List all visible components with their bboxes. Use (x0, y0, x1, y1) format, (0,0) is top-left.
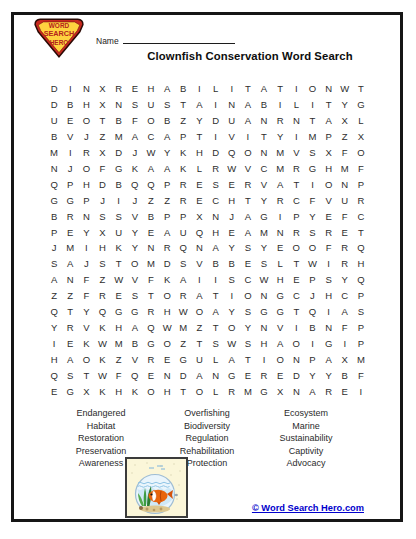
grid-cell-r2c5: N (111, 97, 127, 113)
grid-cell-r7c11: S (207, 176, 223, 192)
grid-cell-r8c3: P (78, 192, 94, 208)
grid-cell-r15c18: I (321, 304, 337, 320)
grid-cell-r12c7: M (143, 256, 159, 272)
grid-cell-r12c19: R (337, 256, 353, 272)
grid-cell-r16c13: Y (240, 319, 256, 335)
grid-cell-r16c6: A (127, 319, 143, 335)
grid-cell-r1c18: N (321, 81, 337, 97)
grid-cell-r9c13: A (240, 208, 256, 224)
name-field-row: Name (96, 34, 235, 46)
grid-cell-r15c1: Q (46, 304, 62, 320)
grid-cell-r19c4: W (94, 367, 110, 383)
grid-cell-r13c2: N (62, 272, 78, 288)
grid-cell-r19c15: E (272, 367, 288, 383)
grid-cell-r7c7: Q (143, 176, 159, 192)
grid-cell-r18c11: L (207, 351, 223, 367)
grid-cell-r1c8: A (159, 81, 175, 97)
grid-cell-r3c5: B (111, 113, 127, 129)
logo-hero-line: HERO (50, 39, 69, 46)
word-list: EndangeredHabitatRestorationPreservation… (0, 407, 416, 471)
grid-cell-r2c20: G (353, 97, 369, 113)
grid-cell-r6c16: R (288, 160, 304, 176)
grid-cell-r10c3: Y (78, 224, 94, 240)
grid-cell-r6c13: V (240, 160, 256, 176)
grid-cell-r18c14: I (256, 351, 272, 367)
grid-cell-r15c14: G (256, 304, 272, 320)
grid-cell-r5c1: M (46, 145, 62, 161)
grid-cell-r13c20: Q (353, 272, 369, 288)
grid-cell-r2c12: N (224, 97, 240, 113)
grid-cell-r2c6: S (127, 97, 143, 113)
grid-cell-r4c2: V (62, 129, 78, 145)
grid-cell-r4c5: M (111, 129, 127, 145)
grid-cell-r9c7: B (143, 208, 159, 224)
grid-cell-r9c17: Y (304, 208, 320, 224)
grid-cell-r19c3: T (78, 367, 94, 383)
grid-cell-r10c1: P (46, 224, 62, 240)
grid-cell-r13c1: A (46, 272, 62, 288)
grid-cell-r14c7: T (143, 288, 159, 304)
grid-cell-r7c16: T (288, 176, 304, 192)
grid-cell-r3c17: T (304, 113, 320, 129)
grid-cell-r1c15: T (272, 81, 288, 97)
grid-cell-r7c10: E (191, 176, 207, 192)
grid-cell-r8c20: R (353, 192, 369, 208)
grid-cell-r4c7: C (143, 129, 159, 145)
grid-cell-r16c19: F (337, 319, 353, 335)
grid-cell-r6c18: H (321, 160, 337, 176)
grid-cell-r1c11: L (207, 81, 223, 97)
grid-cell-r8c15: R (272, 192, 288, 208)
grid-cell-r11c11: A (207, 240, 223, 256)
grid-cell-r7c19: N (337, 176, 353, 192)
grid-cell-r19c20: F (353, 367, 369, 383)
grid-cell-r2c8: S (159, 97, 175, 113)
grid-cell-r15c13: S (240, 304, 256, 320)
grid-cell-r17c5: M (111, 335, 127, 351)
grid-cell-r3c9: Z (175, 113, 191, 129)
grid-cell-r20c16: N (288, 383, 304, 399)
clownfish-bowl-art (127, 459, 186, 516)
grid-cell-r18c7: R (143, 351, 159, 367)
grid-cell-r18c19: X (337, 351, 353, 367)
grid-cell-r13c15: H (272, 272, 288, 288)
grid-cell-r2c4: X (94, 97, 110, 113)
grid-cell-r11c2: M (62, 240, 78, 256)
grid-cell-r8c8: Z (159, 192, 175, 208)
page-title: Clownfish Conservation Word Search (100, 50, 400, 62)
grid-cell-r5c18: X (321, 145, 337, 161)
grid-cell-r3c4: T (94, 113, 110, 129)
grid-cell-r19c10: A (191, 367, 207, 383)
grid-cell-r9c1: B (46, 208, 62, 224)
grid-cell-r4c18: P (321, 129, 337, 145)
grid-cell-r18c10: U (191, 351, 207, 367)
grid-cell-r1c4: X (94, 81, 110, 97)
grid-cell-r14c6: S (127, 288, 143, 304)
grid-cell-r15c16: T (288, 304, 304, 320)
grid-cell-r18c13: T (240, 351, 256, 367)
grid-cell-r4c13: I (240, 129, 256, 145)
grid-cell-r19c18: Y (321, 367, 337, 383)
grid-cell-r7c5: B (111, 176, 127, 192)
grid-cell-r11c16: O (288, 240, 304, 256)
name-label: Name (96, 36, 119, 46)
grid-cell-r2c17: I (304, 97, 320, 113)
grid-cell-r17c11: S (207, 335, 223, 351)
grid-cell-r7c18: O (321, 176, 337, 192)
grid-cell-r7c9: R (175, 176, 191, 192)
grid-cell-r20c6: K (127, 383, 143, 399)
word-search-hero-link[interactable]: © Word Search Hero.com (252, 503, 364, 513)
grid-cell-r8c7: Z (143, 192, 159, 208)
grid-cell-r6c5: G (111, 160, 127, 176)
grid-cell-r4c17: M (304, 129, 320, 145)
grid-cell-r3c2: E (62, 113, 78, 129)
grid-cell-r7c3: H (78, 176, 94, 192)
grid-cell-r16c2: R (62, 319, 78, 335)
grid-cell-r7c20: P (353, 176, 369, 192)
grid-cell-r8c19: U (337, 192, 353, 208)
grid-cell-r12c16: T (288, 256, 304, 272)
grid-cell-r14c1: Z (46, 288, 62, 304)
grid-cell-r19c14: R (256, 367, 272, 383)
grid-cell-r14c15: G (272, 288, 288, 304)
grid-cell-r9c5: S (111, 208, 127, 224)
grid-cell-r20c4: K (94, 383, 110, 399)
grid-cell-r1c10: I (191, 81, 207, 97)
grid-cell-r14c16: C (288, 288, 304, 304)
grid-cell-r8c9: R (175, 192, 191, 208)
grid-cell-r9c9: P (175, 208, 191, 224)
grid-cell-r5c13: O (240, 145, 256, 161)
grid-cell-r15c3: Y (78, 304, 94, 320)
grid-cell-r3c18: A (321, 113, 337, 129)
grid-cell-r15c7: R (143, 304, 159, 320)
grid-cell-r14c17: J (304, 288, 320, 304)
grid-cell-r9c19: F (337, 208, 353, 224)
grid-cell-r5c9: K (175, 145, 191, 161)
grid-cell-r15c4: Q (94, 304, 110, 320)
grid-cell-r10c18: R (321, 224, 337, 240)
grid-cell-r19c7: E (143, 367, 159, 383)
grid-cell-r18c20: M (353, 351, 369, 367)
grid-cell-r2c18: T (321, 97, 337, 113)
grid-cell-r16c5: H (111, 319, 127, 335)
grid-cell-r12c20: H (353, 256, 369, 272)
grid-cell-r12c15: L (272, 256, 288, 272)
grid-cell-r12c5: T (111, 256, 127, 272)
grid-cell-r11c10: N (191, 240, 207, 256)
grid-cell-r3c16: N (288, 113, 304, 129)
grid-cell-r8c13: T (240, 192, 256, 208)
grid-cell-r1c12: I (224, 81, 240, 97)
grid-cell-r12c13: E (240, 256, 256, 272)
grid-cell-r20c15: X (272, 383, 288, 399)
grid-cell-r16c17: B (304, 319, 320, 335)
grid-cell-r4c16: I (288, 129, 304, 145)
grid-cell-r1c3: N (78, 81, 94, 97)
grid-cell-r18c15: O (272, 351, 288, 367)
grid-cell-r13c3: F (78, 272, 94, 288)
word-list-item: Ecosystem (241, 407, 371, 420)
grid-cell-r8c11: C (207, 192, 223, 208)
grid-cell-r1c9: B (175, 81, 191, 97)
grid-cell-r10c9: U (175, 224, 191, 240)
grid-cell-r5c11: D (207, 145, 223, 161)
grid-cell-r8c5: I (111, 192, 127, 208)
grid-cell-r16c20: P (353, 319, 369, 335)
grid-cell-r7c6: Q (127, 176, 143, 192)
grid-cell-r11c5: K (111, 240, 127, 256)
grid-cell-r7c2: P (62, 176, 78, 192)
grid-cell-r18c6: V (127, 351, 143, 367)
grid-cell-r2c14: B (256, 97, 272, 113)
grid-cell-r14c5: E (111, 288, 127, 304)
grid-cell-r5c8: Y (159, 145, 175, 161)
grid-cell-r17c1: I (46, 335, 62, 351)
grid-cell-r3c7: O (143, 113, 159, 129)
grid-cell-r10c10: Q (191, 224, 207, 240)
grid-cell-r13c17: P (304, 272, 320, 288)
grid-cell-r19c2: S (62, 367, 78, 383)
grid-cell-r20c8: H (159, 383, 175, 399)
grid-cell-r5c16: V (288, 145, 304, 161)
grid-cell-r10c7: E (143, 224, 159, 240)
grid-cell-r2c1: D (46, 97, 62, 113)
grid-cell-r12c12: B (224, 256, 240, 272)
grid-cell-r19c1: Q (46, 367, 62, 383)
grid-cell-r5c19: F (337, 145, 353, 161)
grid-cell-r8c2: G (62, 192, 78, 208)
grid-cell-r5c4: X (94, 145, 110, 161)
grid-cell-r12c3: J (78, 256, 94, 272)
grid-cell-r4c6: A (127, 129, 143, 145)
grid-cell-r15c17: Q (304, 304, 320, 320)
grid-cell-r6c19: M (337, 160, 353, 176)
grid-cell-r2c10: A (191, 97, 207, 113)
grid-cell-r5c20: O (353, 145, 369, 161)
grid-cell-r6c3: O (78, 160, 94, 176)
grid-cell-r1c6: E (127, 81, 143, 97)
grid-cell-r14c14: N (256, 288, 272, 304)
grid-cell-r16c11: T (207, 319, 223, 335)
grid-cell-r18c17: P (304, 351, 320, 367)
grid-cell-r14c13: O (240, 288, 256, 304)
word-list-item: Marine (241, 420, 371, 433)
grid-cell-r4c19: Z (337, 129, 353, 145)
grid-cell-r17c6: B (127, 335, 143, 351)
grid-cell-r13c12: S (224, 272, 240, 288)
grid-cell-r19c6: Q (127, 367, 143, 383)
grid-cell-r5c14: N (256, 145, 272, 161)
grid-cell-r10c19: E (337, 224, 353, 240)
grid-cell-r8c18: V (321, 192, 337, 208)
grid-cell-r7c15: A (272, 176, 288, 192)
grid-cell-r17c18: G (321, 335, 337, 351)
grid-cell-r15c11: A (207, 304, 223, 320)
grid-cell-r17c20: P (353, 335, 369, 351)
grid-cell-r12c8: D (159, 256, 175, 272)
grid-cell-r6c15: M (272, 160, 288, 176)
grid-cell-r7c12: E (224, 176, 240, 192)
grid-cell-r12c11: B (207, 256, 223, 272)
grid-cell-r20c3: X (78, 383, 94, 399)
grid-cell-r4c9: P (175, 129, 191, 145)
grid-cell-r20c17: A (304, 383, 320, 399)
grid-cell-r11c9: Q (175, 240, 191, 256)
grid-cell-r4c12: V (224, 129, 240, 145)
grid-cell-r13c16: E (288, 272, 304, 288)
grid-cell-r18c12: A (224, 351, 240, 367)
grid-cell-r16c15: V (272, 319, 288, 335)
grid-cell-r4c11: I (207, 129, 223, 145)
grid-cell-r12c2: A (62, 256, 78, 272)
grid-cell-r14c11: T (207, 288, 223, 304)
grid-cell-r20c20: I (353, 383, 369, 399)
grid-cell-r16c1: Y (46, 319, 62, 335)
grid-cell-r15c8: H (159, 304, 175, 320)
grid-cell-r1c7: H (143, 81, 159, 97)
grid-cell-r1c5: R (111, 81, 127, 97)
grid-cell-r19c8: N (159, 367, 175, 383)
grid-cell-r13c4: Z (94, 272, 110, 288)
grid-cell-r1c20: T (353, 81, 369, 97)
grid-cell-r20c19: E (337, 383, 353, 399)
grid-cell-r20c7: O (143, 383, 159, 399)
grid-cell-r6c4: F (94, 160, 110, 176)
grid-cell-r13c11: I (207, 272, 223, 288)
grid-cell-r6c2: J (62, 160, 78, 176)
grid-cell-r9c14: G (256, 208, 272, 224)
grid-cell-r9c15: I (272, 208, 288, 224)
grid-cell-r5c17: S (304, 145, 320, 161)
grid-cell-r20c9: T (175, 383, 191, 399)
grid-cell-r19c5: F (111, 367, 127, 383)
grid-cell-r2c16: L (288, 97, 304, 113)
grid-cell-r17c16: O (288, 335, 304, 351)
grid-cell-r6c8: A (159, 160, 175, 176)
grid-cell-r11c17: O (304, 240, 320, 256)
grid-cell-r10c6: Y (127, 224, 143, 240)
grid-cell-r2c3: H (78, 97, 94, 113)
grid-cell-r6c12: W (224, 160, 240, 176)
grid-cell-r2c15: I (272, 97, 288, 113)
grid-cell-r3c11: D (207, 113, 223, 129)
grid-cell-r3c10: Y (191, 113, 207, 129)
clownfish-illustration (125, 457, 188, 518)
grid-cell-r6c9: K (175, 160, 191, 176)
grid-cell-r3c14: N (256, 113, 272, 129)
grid-cell-r16c16: I (288, 319, 304, 335)
grid-cell-r1c16: I (288, 81, 304, 97)
grid-cell-r14c9: R (175, 288, 191, 304)
grid-cell-r12c10: V (191, 256, 207, 272)
grid-cell-r4c10: T (191, 129, 207, 145)
grid-cell-r17c14: H (256, 335, 272, 351)
grid-cell-r17c10: T (191, 335, 207, 351)
grid-cell-r1c13: T (240, 81, 256, 97)
grid-cell-r11c14: Y (256, 240, 272, 256)
grid-cell-r14c4: R (94, 288, 110, 304)
grid-cell-r9c6: V (127, 208, 143, 224)
grid-cell-r3c13: A (240, 113, 256, 129)
grid-cell-r3c20: L (353, 113, 369, 129)
grid-cell-r15c5: G (111, 304, 127, 320)
grid-cell-r2c13: A (240, 97, 256, 113)
grid-cell-r2c19: Y (337, 97, 353, 113)
grid-cell-r16c4: K (94, 319, 110, 335)
grid-cell-r18c9: G (175, 351, 191, 367)
grid-cell-r7c17: I (304, 176, 320, 192)
grid-cell-r2c9: T (175, 97, 191, 113)
grid-cell-r7c14: V (256, 176, 272, 192)
grid-cell-r6c20: F (353, 160, 369, 176)
grid-cell-r4c4: Z (94, 129, 110, 145)
grid-cell-r9c4: S (94, 208, 110, 224)
grid-cell-r1c17: O (304, 81, 320, 97)
grid-cell-r3c3: O (78, 113, 94, 129)
grid-cell-r13c5: W (111, 272, 127, 288)
grid-cell-r4c14: T (256, 129, 272, 145)
grid-cell-r14c2: Z (62, 288, 78, 304)
grid-cell-r17c12: W (224, 335, 240, 351)
grid-cell-r14c20: P (353, 288, 369, 304)
grid-cell-r18c2: A (62, 351, 78, 367)
grid-cell-r5c5: D (111, 145, 127, 161)
grid-cell-r2c11: I (207, 97, 223, 113)
grid-cell-r18c1: H (46, 351, 62, 367)
logo-word-line: WORD (49, 22, 70, 29)
grid-cell-r15c19: A (337, 304, 353, 320)
grid-cell-r3c8: B (159, 113, 175, 129)
grid-cell-r13c9: A (175, 272, 191, 288)
grid-cell-r13c14: W (256, 272, 272, 288)
name-line (123, 34, 235, 44)
grid-cell-r16c9: M (175, 319, 191, 335)
grid-cell-r5c6: J (127, 145, 143, 161)
grid-cell-r6c11: R (207, 160, 223, 176)
grid-cell-r11c19: R (337, 240, 353, 256)
grid-cell-r13c7: F (143, 272, 159, 288)
grid-cell-r4c3: J (78, 129, 94, 145)
logo-search-line: SEARCH (44, 29, 75, 38)
grid-cell-r15c2: T (62, 304, 78, 320)
grid-cell-r17c15: A (272, 335, 288, 351)
grid-cell-r8c14: Y (256, 192, 272, 208)
grid-cell-r3c12: U (224, 113, 240, 129)
grid-cell-r16c14: N (256, 319, 272, 335)
grid-cell-r17c13: S (240, 335, 256, 351)
grid-cell-r13c6: V (127, 272, 143, 288)
grid-cell-r10c12: E (224, 224, 240, 240)
grid-cell-r11c20: Q (353, 240, 369, 256)
grid-cell-r12c17: W (304, 256, 320, 272)
grid-cell-r14c3: F (78, 288, 94, 304)
grid-cell-r13c18: S (321, 272, 337, 288)
grid-cell-r17c3: K (78, 335, 94, 351)
grid-cell-r15c6: G (127, 304, 143, 320)
grid-cell-r14c10: A (191, 288, 207, 304)
grid-cell-r7c4: D (94, 176, 110, 192)
grid-cell-r10c17: S (304, 224, 320, 240)
grid-cell-r4c8: A (159, 129, 175, 145)
grid-cell-r7c13: R (240, 176, 256, 192)
grid-cell-r20c13: M (240, 383, 256, 399)
grid-cell-r9c12: J (224, 208, 240, 224)
grid-cell-r3c1: U (46, 113, 62, 129)
grid-cell-r8c6: J (127, 192, 143, 208)
